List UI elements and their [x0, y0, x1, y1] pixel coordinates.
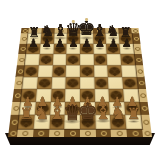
- piece-black-pawn-a7[interactable]: ♟: [28, 38, 38, 49]
- piece-white-rook-h1[interactable]: ♜: [127, 107, 141, 123]
- piece-black-pawn-h7[interactable]: ♟: [122, 38, 132, 49]
- piece-black-pawn-d7[interactable]: ♟: [68, 38, 78, 49]
- finial-tip-icon: [85, 18, 87, 20]
- finial-tip-icon: [72, 20, 74, 22]
- piece-white-knight-g1[interactable]: ♞: [110, 105, 126, 123]
- piece-black-pawn-e7[interactable]: ♟: [82, 38, 92, 49]
- piece-black-pawn-b7[interactable]: ♟: [42, 38, 52, 49]
- piece-white-rook-a1[interactable]: ♜: [19, 107, 33, 123]
- piece-white-knight-b1[interactable]: ♞: [34, 105, 50, 123]
- piece-layer: ♜♞♝♛♚♝♞♜♟♟♟♟♟♟♟♟♟♟♟♟♟♟♟♟♜♞♝♛♚♝♞♜: [0, 0, 160, 160]
- piece-black-pawn-g7[interactable]: ♟: [108, 38, 118, 49]
- chessboard-photo: ♜♞♝♛♚♝♞♜♟♟♟♟♟♟♟♟♟♟♟♟♟♟♟♟♜♞♝♛♚♝♞♜: [0, 0, 160, 160]
- piece-black-pawn-f7[interactable]: ♟: [95, 38, 105, 49]
- piece-black-pawn-c7[interactable]: ♟: [55, 38, 65, 49]
- piece-white-bishop-f1[interactable]: ♝: [94, 103, 111, 122]
